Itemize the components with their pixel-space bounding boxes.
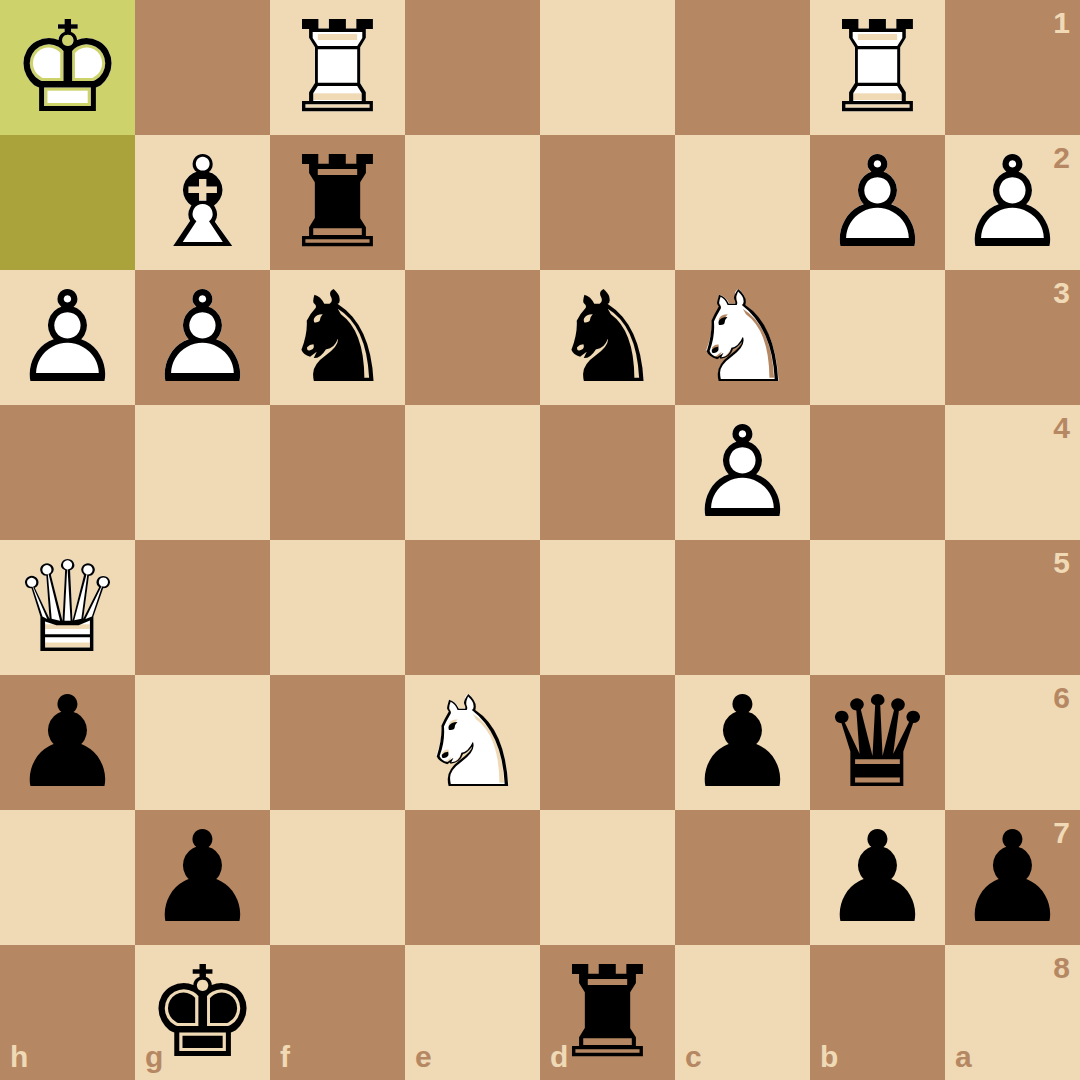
black-piece-glyph: ♜	[540, 945, 675, 1080]
square-e6[interactable]: ♞♘	[405, 675, 540, 810]
white-piece-outline-glyph: ♘	[405, 675, 540, 810]
square-d2[interactable]	[540, 135, 675, 270]
square-c4[interactable]: ♟♙	[675, 405, 810, 540]
square-d4[interactable]	[540, 405, 675, 540]
square-b2[interactable]: ♟♙	[810, 135, 945, 270]
piece-bN-f3[interactable]: ♞	[270, 270, 405, 405]
white-piece-glyph: ♜	[810, 0, 945, 135]
square-d7[interactable]	[540, 810, 675, 945]
white-piece-glyph: ♟	[945, 135, 1080, 270]
square-c5[interactable]	[675, 540, 810, 675]
black-piece-glyph: ♞	[270, 270, 405, 405]
white-piece-glyph: ♜	[270, 0, 405, 135]
black-piece-glyph: ♟	[675, 675, 810, 810]
square-f7[interactable]	[270, 810, 405, 945]
square-f6[interactable]	[270, 675, 405, 810]
black-piece-glyph: ♞	[540, 270, 675, 405]
piece-wN-e6[interactable]: ♞♘	[405, 675, 540, 810]
coord-file-e: e	[415, 1042, 432, 1072]
piece-bP-c6[interactable]: ♟	[675, 675, 810, 810]
white-piece-outline-glyph: ♙	[135, 270, 270, 405]
square-b7[interactable]: ♟	[810, 810, 945, 945]
white-piece-outline-glyph: ♙	[0, 270, 135, 405]
square-g4[interactable]	[135, 405, 270, 540]
square-a4[interactable]: 4	[945, 405, 1080, 540]
square-e1[interactable]	[405, 0, 540, 135]
black-piece-glyph: ♛	[810, 675, 945, 810]
white-piece-glyph: ♟	[135, 270, 270, 405]
square-b1[interactable]: ♜♖	[810, 0, 945, 135]
white-piece-glyph: ♞	[405, 675, 540, 810]
square-a5[interactable]: 5	[945, 540, 1080, 675]
black-piece-glyph: ♚	[135, 945, 270, 1080]
square-h8[interactable]: h	[0, 945, 135, 1080]
square-h5[interactable]: ♛♕	[0, 540, 135, 675]
coord-file-a: a	[955, 1042, 972, 1072]
square-a6[interactable]: 6	[945, 675, 1080, 810]
coord-file-f: f	[280, 1042, 290, 1072]
square-f2[interactable]: ♜	[270, 135, 405, 270]
white-piece-outline-glyph: ♙	[810, 135, 945, 270]
coord-rank-6: 6	[1053, 683, 1070, 713]
square-e4[interactable]	[405, 405, 540, 540]
square-a7[interactable]: ♟7	[945, 810, 1080, 945]
piece-wP-c4[interactable]: ♟♙	[675, 405, 810, 540]
square-g5[interactable]	[135, 540, 270, 675]
square-h2[interactable]	[0, 135, 135, 270]
chess-board: ♚♔♜♖♜♖1♝♗♜♟♙♟♙2♟♙♟♙♞♞♞♘3♟♙4♛♕5♟♞♘♟♛6♟♟♟7…	[0, 0, 1080, 1080]
square-d8[interactable]: ♜d	[540, 945, 675, 1080]
coord-rank-8: 8	[1053, 953, 1070, 983]
square-g3[interactable]: ♟♙	[135, 270, 270, 405]
coord-rank-3: 3	[1053, 278, 1070, 308]
piece-wR-f1[interactable]: ♜♖	[270, 0, 405, 135]
square-c3[interactable]: ♞♘	[675, 270, 810, 405]
white-piece-outline-glyph: ♔	[0, 0, 135, 135]
piece-bP-g7[interactable]: ♟	[135, 810, 270, 945]
piece-wQ-h5[interactable]: ♛♕	[0, 540, 135, 675]
piece-wP-g3[interactable]: ♟♙	[135, 270, 270, 405]
piece-bP-a7[interactable]: ♟	[945, 810, 1080, 945]
coord-file-h: h	[10, 1042, 28, 1072]
white-piece-glyph: ♝	[135, 135, 270, 270]
square-f1[interactable]: ♜♖	[270, 0, 405, 135]
white-piece-outline-glyph: ♗	[135, 135, 270, 270]
piece-wP-a2[interactable]: ♟♙	[945, 135, 1080, 270]
square-b8[interactable]: b	[810, 945, 945, 1080]
square-a2[interactable]: ♟♙2	[945, 135, 1080, 270]
coord-rank-1: 1	[1053, 8, 1070, 38]
square-g2[interactable]: ♝♗	[135, 135, 270, 270]
square-d1[interactable]	[540, 0, 675, 135]
square-h4[interactable]	[0, 405, 135, 540]
piece-bN-d3[interactable]: ♞	[540, 270, 675, 405]
square-d6[interactable]	[540, 675, 675, 810]
piece-wR-b1[interactable]: ♜♖	[810, 0, 945, 135]
square-c8[interactable]: c	[675, 945, 810, 1080]
square-c2[interactable]	[675, 135, 810, 270]
piece-bK-g8[interactable]: ♚	[135, 945, 270, 1080]
black-piece-glyph: ♟	[945, 810, 1080, 945]
black-piece-glyph: ♟	[810, 810, 945, 945]
piece-wK-h1[interactable]: ♚♔	[0, 0, 135, 135]
square-h6[interactable]: ♟	[0, 675, 135, 810]
square-f5[interactable]	[270, 540, 405, 675]
piece-wP-b2[interactable]: ♟♙	[810, 135, 945, 270]
square-g6[interactable]	[135, 675, 270, 810]
coord-file-c: c	[685, 1042, 702, 1072]
square-h3[interactable]: ♟♙	[0, 270, 135, 405]
piece-bP-b7[interactable]: ♟	[810, 810, 945, 945]
square-b5[interactable]	[810, 540, 945, 675]
white-piece-outline-glyph: ♖	[810, 0, 945, 135]
white-piece-glyph: ♟	[0, 270, 135, 405]
black-piece-glyph: ♟	[0, 675, 135, 810]
piece-bQ-b6[interactable]: ♛	[810, 675, 945, 810]
piece-wN-c3[interactable]: ♞♘	[675, 270, 810, 405]
square-f8[interactable]: f	[270, 945, 405, 1080]
piece-bR-d8[interactable]: ♜	[540, 945, 675, 1080]
white-piece-glyph: ♛	[0, 540, 135, 675]
square-h1[interactable]: ♚♔	[0, 0, 135, 135]
square-a1[interactable]: 1	[945, 0, 1080, 135]
square-e2[interactable]	[405, 135, 540, 270]
white-piece-outline-glyph: ♙	[675, 405, 810, 540]
white-piece-outline-glyph: ♘	[675, 270, 810, 405]
square-h7[interactable]	[0, 810, 135, 945]
square-g1[interactable]	[135, 0, 270, 135]
black-piece-glyph: ♟	[135, 810, 270, 945]
square-d3[interactable]: ♞	[540, 270, 675, 405]
square-c6[interactable]: ♟	[675, 675, 810, 810]
square-e3[interactable]	[405, 270, 540, 405]
coord-file-b: b	[820, 1042, 838, 1072]
white-piece-outline-glyph: ♖	[270, 0, 405, 135]
square-b6[interactable]: ♛	[810, 675, 945, 810]
white-piece-glyph: ♟	[810, 135, 945, 270]
piece-wP-h3[interactable]: ♟♙	[0, 270, 135, 405]
square-c1[interactable]	[675, 0, 810, 135]
white-piece-glyph: ♞	[675, 270, 810, 405]
square-e5[interactable]	[405, 540, 540, 675]
piece-bR-f2[interactable]: ♜	[270, 135, 405, 270]
square-f4[interactable]	[270, 405, 405, 540]
square-a8[interactable]: 8a	[945, 945, 1080, 1080]
square-b3[interactable]	[810, 270, 945, 405]
coord-rank-4: 4	[1053, 413, 1070, 443]
square-g7[interactable]: ♟	[135, 810, 270, 945]
square-b4[interactable]	[810, 405, 945, 540]
black-piece-glyph: ♜	[270, 135, 405, 270]
square-a3[interactable]: 3	[945, 270, 1080, 405]
square-f3[interactable]: ♞	[270, 270, 405, 405]
square-c7[interactable]	[675, 810, 810, 945]
white-piece-glyph: ♚	[0, 0, 135, 135]
piece-bP-h6[interactable]: ♟	[0, 675, 135, 810]
white-piece-outline-glyph: ♙	[945, 135, 1080, 270]
coord-rank-5: 5	[1053, 548, 1070, 578]
square-e7[interactable]	[405, 810, 540, 945]
white-piece-outline-glyph: ♕	[0, 540, 135, 675]
square-g8[interactable]: ♚g	[135, 945, 270, 1080]
square-d5[interactable]	[540, 540, 675, 675]
piece-wB-g2[interactable]: ♝♗	[135, 135, 270, 270]
white-piece-glyph: ♟	[675, 405, 810, 540]
square-e8[interactable]: e	[405, 945, 540, 1080]
